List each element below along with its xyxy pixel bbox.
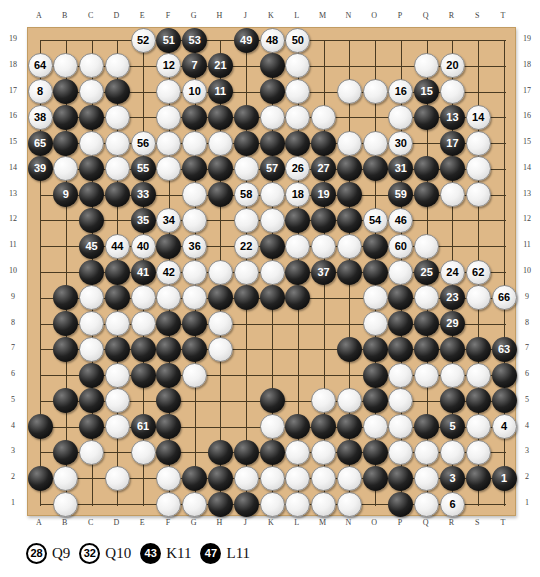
stone-O4 xyxy=(363,414,388,439)
stone-R18: 20 xyxy=(440,53,465,78)
stone-F17 xyxy=(156,79,181,104)
stone-O17 xyxy=(363,79,388,104)
stone-D7 xyxy=(105,337,130,362)
stone-T9: 66 xyxy=(492,285,517,310)
stone-O3 xyxy=(363,440,388,465)
column-label-bottom: B xyxy=(57,518,73,527)
stone-Q10: 25 xyxy=(414,260,439,285)
stone-Q16 xyxy=(414,105,439,130)
column-label-top: D xyxy=(108,11,124,20)
stone-O6 xyxy=(363,363,388,388)
stone-H17: 11 xyxy=(208,79,233,104)
row-label-right: 3 xyxy=(519,446,535,456)
stone-E3 xyxy=(131,440,156,465)
row-label-right: 15 xyxy=(519,137,535,147)
row-label-left: 16 xyxy=(5,111,21,121)
stone-R13 xyxy=(440,182,465,207)
stone-L10 xyxy=(285,260,310,285)
stone-F6 xyxy=(156,363,181,388)
row-label-left: 15 xyxy=(5,137,21,147)
stone-H15 xyxy=(208,131,233,156)
stone-A2 xyxy=(28,466,53,491)
stone-C13 xyxy=(79,182,104,207)
stone-O11 xyxy=(363,234,388,259)
stone-N4 xyxy=(337,414,362,439)
column-label-bottom: R xyxy=(443,518,459,527)
caption-move-number-32: 32 xyxy=(79,543,100,564)
stone-H9 xyxy=(208,285,233,310)
stone-D15 xyxy=(105,131,130,156)
stone-D2 xyxy=(105,466,130,491)
column-label-bottom: F xyxy=(160,518,176,527)
stone-D17 xyxy=(105,79,130,104)
column-label-top: O xyxy=(366,11,382,20)
stone-S3 xyxy=(466,440,491,465)
stone-M11 xyxy=(311,234,336,259)
column-label-bottom: L xyxy=(289,518,305,527)
stone-F5 xyxy=(156,388,181,413)
row-label-left: 1 xyxy=(5,498,21,508)
stone-K18 xyxy=(260,53,285,78)
column-label-bottom: G xyxy=(186,518,202,527)
stone-B17 xyxy=(53,79,78,104)
stone-G13 xyxy=(182,182,207,207)
column-label-top: M xyxy=(315,11,331,20)
stone-R5 xyxy=(440,388,465,413)
stone-P11: 60 xyxy=(388,234,413,259)
stone-L4 xyxy=(285,414,310,439)
stone-O14 xyxy=(363,156,388,181)
stone-N15 xyxy=(337,131,362,156)
column-label-top: F xyxy=(160,11,176,20)
stone-A16: 38 xyxy=(28,105,53,130)
row-label-left: 2 xyxy=(5,472,21,482)
row-label-right: 9 xyxy=(519,292,535,302)
column-label-bottom: O xyxy=(366,518,382,527)
row-label-right: 5 xyxy=(519,395,535,405)
row-label-left: 4 xyxy=(5,421,21,431)
stone-G8 xyxy=(182,311,207,336)
stone-R7 xyxy=(440,337,465,362)
stone-M15 xyxy=(311,131,336,156)
stone-L13: 18 xyxy=(285,182,310,207)
row-label-right: 12 xyxy=(519,214,535,224)
stone-L14: 26 xyxy=(285,156,310,181)
row-label-left: 11 xyxy=(5,240,21,250)
column-label-top: N xyxy=(340,11,356,20)
stone-R14 xyxy=(440,156,465,181)
stone-D4 xyxy=(105,414,130,439)
stone-R9: 23 xyxy=(440,285,465,310)
stone-T2: 1 xyxy=(492,466,517,491)
stone-L19: 50 xyxy=(285,28,310,53)
stone-J3 xyxy=(234,440,259,465)
column-label-bottom: S xyxy=(469,518,485,527)
stone-D11: 44 xyxy=(105,234,130,259)
stone-F4 xyxy=(156,414,181,439)
stone-B1 xyxy=(53,492,78,517)
go-board: 5251534948506412721208101116153813146556… xyxy=(27,27,516,516)
stone-P12: 46 xyxy=(388,208,413,233)
stone-R4: 5 xyxy=(440,414,465,439)
stone-S14 xyxy=(466,156,491,181)
row-label-right: 13 xyxy=(519,189,535,199)
stone-F1 xyxy=(156,492,181,517)
row-label-left: 9 xyxy=(5,292,21,302)
column-label-bottom: Q xyxy=(418,518,434,527)
column-label-top: B xyxy=(57,11,73,20)
stone-M2 xyxy=(311,466,336,491)
stone-S10: 62 xyxy=(466,260,491,285)
stone-Q8 xyxy=(414,311,439,336)
stone-D14 xyxy=(105,156,130,181)
stone-H1 xyxy=(208,492,233,517)
stone-C5 xyxy=(79,388,104,413)
stone-Q14 xyxy=(414,156,439,181)
stone-B14 xyxy=(53,156,78,181)
stone-L17 xyxy=(285,79,310,104)
column-label-bottom: T xyxy=(495,518,511,527)
row-label-left: 17 xyxy=(5,86,21,96)
stone-K17 xyxy=(260,79,285,104)
stone-G11: 36 xyxy=(182,234,207,259)
stone-A14: 39 xyxy=(28,156,53,181)
stone-Q6 xyxy=(414,363,439,388)
row-label-right: 19 xyxy=(519,34,535,44)
stone-E10: 41 xyxy=(131,260,156,285)
stone-E13: 33 xyxy=(131,182,156,207)
column-label-top: H xyxy=(211,11,227,20)
stone-K3 xyxy=(260,440,285,465)
stone-T6 xyxy=(492,363,517,388)
stone-K1 xyxy=(260,492,285,517)
stone-Q3 xyxy=(414,440,439,465)
stone-S13 xyxy=(466,182,491,207)
column-label-bottom: H xyxy=(211,518,227,527)
stone-J9 xyxy=(234,285,259,310)
stone-P5 xyxy=(388,388,413,413)
stone-E12: 35 xyxy=(131,208,156,233)
stone-M14: 27 xyxy=(311,156,336,181)
stone-Q18 xyxy=(414,53,439,78)
stone-Q13 xyxy=(414,182,439,207)
stone-O15 xyxy=(363,131,388,156)
stone-C11: 45 xyxy=(79,234,104,259)
stone-N7 xyxy=(337,337,362,362)
stone-B13: 9 xyxy=(53,182,78,207)
stone-G12 xyxy=(182,208,207,233)
stone-F2 xyxy=(156,466,181,491)
caption-move-number-28: 28 xyxy=(26,543,47,564)
caption-move-43: 43K11 xyxy=(140,543,191,564)
stone-J19: 49 xyxy=(234,28,259,53)
row-label-right: 4 xyxy=(519,421,535,431)
stone-P13: 59 xyxy=(388,182,413,207)
caption-move-32: 32Q10 xyxy=(79,543,131,564)
column-label-bottom: A xyxy=(31,518,47,527)
stone-F3 xyxy=(156,440,181,465)
column-label-top: E xyxy=(134,11,150,20)
stone-F10: 42 xyxy=(156,260,181,285)
stone-O7 xyxy=(363,337,388,362)
stone-D16 xyxy=(105,105,130,130)
stone-D6 xyxy=(105,363,130,388)
stone-M4 xyxy=(311,414,336,439)
stone-G9 xyxy=(182,285,207,310)
stone-K12 xyxy=(260,208,285,233)
stone-B8 xyxy=(53,311,78,336)
stone-M10: 37 xyxy=(311,260,336,285)
stone-B3 xyxy=(53,440,78,465)
row-label-left: 14 xyxy=(5,163,21,173)
stone-Q2 xyxy=(414,466,439,491)
stone-K11 xyxy=(260,234,285,259)
stone-M13: 19 xyxy=(311,182,336,207)
stone-L12 xyxy=(285,208,310,233)
column-label-bottom: K xyxy=(263,518,279,527)
stone-H8 xyxy=(208,311,233,336)
caption-move-number-43: 43 xyxy=(140,543,161,564)
column-label-bottom: P xyxy=(392,518,408,527)
stone-C9 xyxy=(79,285,104,310)
stone-D10 xyxy=(105,260,130,285)
stone-M16 xyxy=(311,105,336,130)
stone-O10 xyxy=(363,260,388,285)
stone-M12 xyxy=(311,208,336,233)
stone-L2 xyxy=(285,466,310,491)
stone-F7 xyxy=(156,337,181,362)
stone-C6 xyxy=(79,363,104,388)
stone-A18: 64 xyxy=(28,53,53,78)
stone-O8 xyxy=(363,311,388,336)
column-label-top: K xyxy=(263,11,279,20)
column-label-bottom: M xyxy=(315,518,331,527)
stone-G7 xyxy=(182,337,207,362)
stone-Q11 xyxy=(414,234,439,259)
stone-E14: 55 xyxy=(131,156,156,181)
stone-R16: 13 xyxy=(440,105,465,130)
stone-N12 xyxy=(337,208,362,233)
row-label-right: 16 xyxy=(519,111,535,121)
stone-R10: 24 xyxy=(440,260,465,285)
stone-B7 xyxy=(53,337,78,362)
stone-T5 xyxy=(492,388,517,413)
stone-M1 xyxy=(311,492,336,517)
row-label-left: 19 xyxy=(5,34,21,44)
stone-C4 xyxy=(79,414,104,439)
stone-K13 xyxy=(260,182,285,207)
stone-F18: 12 xyxy=(156,53,181,78)
stone-N10 xyxy=(337,260,362,285)
moves-played-under-caption: 28Q932Q1043K1147L11 xyxy=(26,541,259,565)
stone-F9 xyxy=(156,285,181,310)
stone-G19: 53 xyxy=(182,28,207,53)
stone-C17 xyxy=(79,79,104,104)
row-label-right: 7 xyxy=(519,343,535,353)
stone-Q7 xyxy=(414,337,439,362)
stone-J12 xyxy=(234,208,259,233)
stone-J13: 58 xyxy=(234,182,259,207)
row-label-right: 14 xyxy=(519,163,535,173)
stone-K15 xyxy=(260,131,285,156)
stone-R15: 17 xyxy=(440,131,465,156)
row-label-right: 18 xyxy=(519,60,535,70)
column-label-top: J xyxy=(237,11,253,20)
stone-R8: 29 xyxy=(440,311,465,336)
stone-M5 xyxy=(311,388,336,413)
stone-C10 xyxy=(79,260,104,285)
stone-P6 xyxy=(388,363,413,388)
stone-K19: 48 xyxy=(260,28,285,53)
row-label-left: 10 xyxy=(5,266,21,276)
stone-P9 xyxy=(388,285,413,310)
stone-E6 xyxy=(131,363,156,388)
stone-F19: 51 xyxy=(156,28,181,53)
column-label-bottom: J xyxy=(237,518,253,527)
stone-S15 xyxy=(466,131,491,156)
caption-move-coord-43: K11 xyxy=(166,545,191,562)
stone-S16: 14 xyxy=(466,105,491,130)
stone-E8 xyxy=(131,311,156,336)
stone-F16 xyxy=(156,105,181,130)
stone-O2 xyxy=(363,466,388,491)
stone-P16 xyxy=(388,105,413,130)
stone-P1 xyxy=(388,492,413,517)
stone-N11 xyxy=(337,234,362,259)
stone-P3 xyxy=(388,440,413,465)
stone-D8 xyxy=(105,311,130,336)
stone-C16 xyxy=(79,105,104,130)
stone-J10 xyxy=(234,260,259,285)
stone-A4 xyxy=(28,414,53,439)
column-label-bottom: E xyxy=(134,518,150,527)
stone-E11: 40 xyxy=(131,234,156,259)
stone-L15 xyxy=(285,131,310,156)
row-label-right: 1 xyxy=(519,498,535,508)
stone-N14 xyxy=(337,156,362,181)
column-label-top: L xyxy=(289,11,305,20)
row-label-left: 8 xyxy=(5,318,21,328)
stone-F8 xyxy=(156,311,181,336)
stone-B18 xyxy=(53,53,78,78)
stone-K5 xyxy=(260,388,285,413)
stone-O12: 54 xyxy=(363,208,388,233)
stone-R2: 3 xyxy=(440,466,465,491)
stone-A15: 65 xyxy=(28,131,53,156)
stone-L18 xyxy=(285,53,310,78)
stone-Q17: 15 xyxy=(414,79,439,104)
column-label-bottom: D xyxy=(108,518,124,527)
stone-B5 xyxy=(53,388,78,413)
stone-B2 xyxy=(53,466,78,491)
stone-C7 xyxy=(79,337,104,362)
row-label-left: 7 xyxy=(5,343,21,353)
stone-G10 xyxy=(182,260,207,285)
stone-H10 xyxy=(208,260,233,285)
stone-D13 xyxy=(105,182,130,207)
stone-N13 xyxy=(337,182,362,207)
caption-move-number-47: 47 xyxy=(200,543,221,564)
stone-G18: 7 xyxy=(182,53,207,78)
stone-H16 xyxy=(208,105,233,130)
stone-R1: 6 xyxy=(440,492,465,517)
stone-E9 xyxy=(131,285,156,310)
row-label-right: 6 xyxy=(519,369,535,379)
stone-C15 xyxy=(79,131,104,156)
stone-E4: 61 xyxy=(131,414,156,439)
stone-A17: 8 xyxy=(28,79,53,104)
stone-T4: 4 xyxy=(492,414,517,439)
stone-G1 xyxy=(182,492,207,517)
stone-N17 xyxy=(337,79,362,104)
stone-H13 xyxy=(208,182,233,207)
stone-O5 xyxy=(363,388,388,413)
stone-P7 xyxy=(388,337,413,362)
column-label-top: S xyxy=(469,11,485,20)
stone-J2 xyxy=(234,466,259,491)
column-label-top: P xyxy=(392,11,408,20)
stone-J16 xyxy=(234,105,259,130)
go-diagram-page: 5251534948506412721208101116153813146556… xyxy=(0,0,540,577)
stone-Q1 xyxy=(414,492,439,517)
stone-E15: 56 xyxy=(131,131,156,156)
stone-L1 xyxy=(285,492,310,517)
stone-N2 xyxy=(337,466,362,491)
stone-O9 xyxy=(363,285,388,310)
stone-S5 xyxy=(466,388,491,413)
stone-C18 xyxy=(79,53,104,78)
caption-move-coord-47: L11 xyxy=(226,545,250,562)
stone-H2 xyxy=(208,466,233,491)
caption-move-28: 28Q9 xyxy=(26,543,70,564)
stone-R6 xyxy=(440,363,465,388)
stone-L3 xyxy=(285,440,310,465)
stone-K14: 57 xyxy=(260,156,285,181)
stone-G6 xyxy=(182,363,207,388)
stone-L9 xyxy=(285,285,310,310)
stone-K16 xyxy=(260,105,285,130)
stone-P2 xyxy=(388,466,413,491)
caption-move-47: 47L11 xyxy=(200,543,250,564)
stone-K4 xyxy=(260,414,285,439)
stone-N1 xyxy=(337,492,362,517)
stone-S7 xyxy=(466,337,491,362)
caption-move-coord-32: Q10 xyxy=(105,545,131,562)
row-label-left: 5 xyxy=(5,395,21,405)
stone-F12: 34 xyxy=(156,208,181,233)
stone-J15 xyxy=(234,131,259,156)
stone-P17: 16 xyxy=(388,79,413,104)
stone-G16 xyxy=(182,105,207,130)
stone-P15: 30 xyxy=(388,131,413,156)
stone-B15 xyxy=(53,131,78,156)
stone-Q4 xyxy=(414,414,439,439)
stone-S2 xyxy=(466,466,491,491)
stone-S6 xyxy=(466,363,491,388)
stone-F15 xyxy=(156,131,181,156)
stone-M3 xyxy=(311,440,336,465)
stone-C14 xyxy=(79,156,104,181)
column-label-top: C xyxy=(83,11,99,20)
stone-J14 xyxy=(234,156,259,181)
stone-P10 xyxy=(388,260,413,285)
stone-G17: 10 xyxy=(182,79,207,104)
stone-K9 xyxy=(260,285,285,310)
stone-K2 xyxy=(260,466,285,491)
stone-F11 xyxy=(156,234,181,259)
stone-N3 xyxy=(337,440,362,465)
stone-R17 xyxy=(440,79,465,104)
